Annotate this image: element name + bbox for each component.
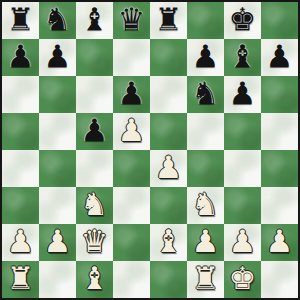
- square-f2[interactable]: ♟: [187, 224, 224, 261]
- square-c6[interactable]: [76, 76, 113, 113]
- piece-black-queen[interactable]: ♛: [118, 4, 146, 35]
- piece-white-pawn[interactable]: ♟: [266, 226, 294, 257]
- square-b2[interactable]: ♟: [39, 224, 76, 261]
- square-d6[interactable]: ♟: [113, 76, 150, 113]
- square-c1[interactable]: ♝: [76, 261, 113, 298]
- piece-white-pawn[interactable]: ♟: [118, 115, 146, 146]
- square-h5[interactable]: [261, 113, 298, 150]
- square-f8[interactable]: [187, 2, 224, 39]
- square-f4[interactable]: [187, 150, 224, 187]
- piece-black-pawn[interactable]: ♟: [266, 41, 294, 72]
- square-b5[interactable]: [39, 113, 76, 150]
- piece-black-pawn[interactable]: ♟: [192, 41, 220, 72]
- square-c2[interactable]: ♛: [76, 224, 113, 261]
- piece-black-bishop[interactable]: ♝: [229, 41, 257, 72]
- square-b3[interactable]: [39, 187, 76, 224]
- piece-black-rook[interactable]: ♜: [155, 4, 183, 35]
- piece-white-pawn[interactable]: ♟: [229, 226, 257, 257]
- square-e2[interactable]: ♝: [150, 224, 187, 261]
- square-g8[interactable]: ♚: [224, 2, 261, 39]
- piece-white-pawn[interactable]: ♟: [155, 152, 183, 183]
- square-a1[interactable]: ♜: [2, 261, 39, 298]
- square-h1[interactable]: [261, 261, 298, 298]
- square-e1[interactable]: [150, 261, 187, 298]
- piece-black-rook[interactable]: ♜: [7, 4, 35, 35]
- square-h4[interactable]: [261, 150, 298, 187]
- square-a2[interactable]: ♟: [2, 224, 39, 261]
- square-f3[interactable]: ♞: [187, 187, 224, 224]
- square-h6[interactable]: [261, 76, 298, 113]
- square-a8[interactable]: ♜: [2, 2, 39, 39]
- square-d4[interactable]: [113, 150, 150, 187]
- piece-black-knight[interactable]: ♞: [192, 78, 220, 109]
- square-c3[interactable]: ♞: [76, 187, 113, 224]
- piece-black-pawn[interactable]: ♟: [7, 41, 35, 72]
- piece-white-rook[interactable]: ♜: [192, 263, 220, 294]
- piece-white-queen[interactable]: ♛: [81, 226, 109, 257]
- square-h3[interactable]: [261, 187, 298, 224]
- chessboard-stage: ♜♞♝♛♜♚♟♟♟♝♟♟♞♟♟♟♟♞♞♟♟♛♝♟♟♟♜♝♜♚: [0, 0, 300, 300]
- square-e8[interactable]: ♜: [150, 2, 187, 39]
- square-h7[interactable]: ♟: [261, 39, 298, 76]
- square-b6[interactable]: [39, 76, 76, 113]
- square-b8[interactable]: ♞: [39, 2, 76, 39]
- piece-black-pawn[interactable]: ♟: [44, 41, 72, 72]
- piece-white-rook[interactable]: ♜: [7, 263, 35, 294]
- square-g5[interactable]: [224, 113, 261, 150]
- square-c8[interactable]: ♝: [76, 2, 113, 39]
- piece-white-king[interactable]: ♚: [229, 263, 257, 294]
- square-e5[interactable]: [150, 113, 187, 150]
- square-g1[interactable]: ♚: [224, 261, 261, 298]
- square-d8[interactable]: ♛: [113, 2, 150, 39]
- square-a6[interactable]: [2, 76, 39, 113]
- square-f1[interactable]: ♜: [187, 261, 224, 298]
- square-g6[interactable]: ♟: [224, 76, 261, 113]
- square-f5[interactable]: [187, 113, 224, 150]
- piece-black-pawn[interactable]: ♟: [118, 78, 146, 109]
- square-c4[interactable]: [76, 150, 113, 187]
- piece-black-king[interactable]: ♚: [229, 4, 257, 35]
- square-d5[interactable]: ♟: [113, 113, 150, 150]
- square-e6[interactable]: [150, 76, 187, 113]
- piece-white-pawn[interactable]: ♟: [44, 226, 72, 257]
- square-g3[interactable]: [224, 187, 261, 224]
- square-a4[interactable]: [2, 150, 39, 187]
- square-b4[interactable]: [39, 150, 76, 187]
- square-a3[interactable]: [2, 187, 39, 224]
- square-e7[interactable]: [150, 39, 187, 76]
- piece-black-pawn[interactable]: ♟: [229, 78, 257, 109]
- square-a7[interactable]: ♟: [2, 39, 39, 76]
- square-d3[interactable]: [113, 187, 150, 224]
- square-e3[interactable]: [150, 187, 187, 224]
- square-f6[interactable]: ♞: [187, 76, 224, 113]
- square-a5[interactable]: [2, 113, 39, 150]
- piece-white-bishop[interactable]: ♝: [81, 263, 109, 294]
- square-d1[interactable]: [113, 261, 150, 298]
- piece-black-knight[interactable]: ♞: [44, 4, 72, 35]
- square-b7[interactable]: ♟: [39, 39, 76, 76]
- square-f7[interactable]: ♟: [187, 39, 224, 76]
- piece-black-pawn[interactable]: ♟: [81, 115, 109, 146]
- piece-white-pawn[interactable]: ♟: [7, 226, 35, 257]
- square-d7[interactable]: [113, 39, 150, 76]
- square-h2[interactable]: ♟: [261, 224, 298, 261]
- piece-black-bishop[interactable]: ♝: [81, 4, 109, 35]
- square-h8[interactable]: [261, 2, 298, 39]
- piece-white-knight[interactable]: ♞: [192, 189, 220, 220]
- chess-board: ♜♞♝♛♜♚♟♟♟♝♟♟♞♟♟♟♟♞♞♟♟♛♝♟♟♟♜♝♜♚: [0, 0, 300, 300]
- square-e4[interactable]: ♟: [150, 150, 187, 187]
- square-g4[interactable]: [224, 150, 261, 187]
- square-c7[interactable]: [76, 39, 113, 76]
- square-g7[interactable]: ♝: [224, 39, 261, 76]
- piece-white-pawn[interactable]: ♟: [192, 226, 220, 257]
- piece-white-knight[interactable]: ♞: [81, 189, 109, 220]
- square-b1[interactable]: [39, 261, 76, 298]
- piece-white-bishop[interactable]: ♝: [155, 226, 183, 257]
- square-c5[interactable]: ♟: [76, 113, 113, 150]
- square-g2[interactable]: ♟: [224, 224, 261, 261]
- square-d2[interactable]: [113, 224, 150, 261]
